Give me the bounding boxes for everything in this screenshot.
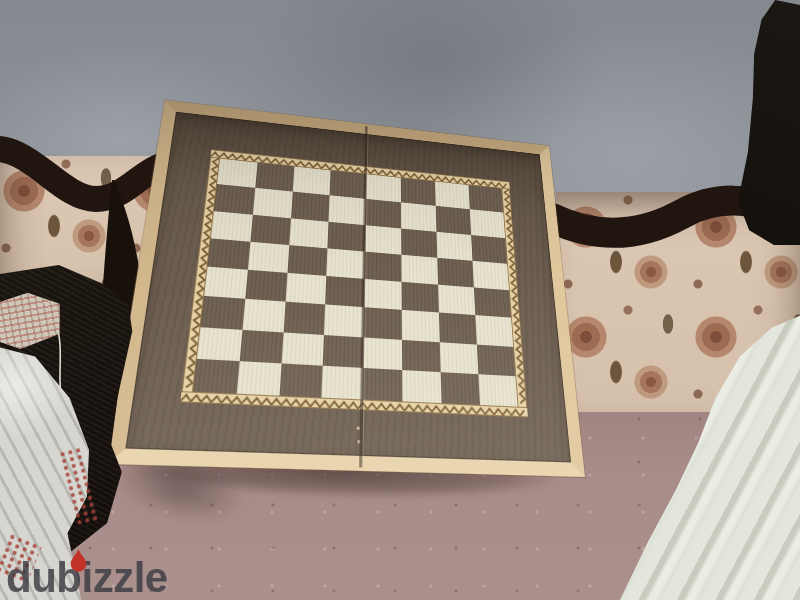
square-a1 <box>193 359 240 394</box>
square-g4 <box>438 285 475 316</box>
watermark-dubizzle: dubizzle <box>6 549 226 599</box>
square-f2 <box>402 339 441 371</box>
walnut-border <box>125 112 571 463</box>
square-d8 <box>330 170 366 199</box>
square-a6 <box>211 211 253 242</box>
square-a4 <box>204 267 248 299</box>
square-c1 <box>280 363 323 397</box>
square-g2 <box>440 342 479 374</box>
square-c6 <box>289 218 328 248</box>
square-e7 <box>365 199 401 228</box>
square-d6 <box>327 221 365 251</box>
square-f6 <box>401 228 437 257</box>
square-e5 <box>364 251 401 281</box>
square-f5 <box>401 254 438 284</box>
square-h2 <box>477 344 516 376</box>
square-d5 <box>326 248 364 279</box>
square-g7 <box>436 206 471 235</box>
dubizzle-flame-icon <box>69 547 88 574</box>
square-a7 <box>214 184 255 214</box>
square-h5 <box>472 261 509 291</box>
square-f3 <box>402 310 440 342</box>
scene: dubizzle <box>0 0 800 600</box>
square-e2 <box>363 337 402 370</box>
square-f1 <box>402 370 441 403</box>
square-b8 <box>255 163 294 192</box>
square-g8 <box>435 182 470 210</box>
square-h8 <box>469 185 504 213</box>
square-e8 <box>366 174 401 202</box>
square-b1 <box>237 361 282 396</box>
square-h1 <box>478 374 517 407</box>
square-h6 <box>471 235 507 264</box>
square-a8 <box>217 159 258 188</box>
square-b6 <box>250 214 291 245</box>
square-d3 <box>324 305 364 337</box>
dubizzle-text: dubizzle <box>6 557 226 599</box>
square-d1 <box>321 365 362 399</box>
square-c3 <box>284 302 325 335</box>
square-c2 <box>282 332 324 365</box>
square-a2 <box>197 327 243 361</box>
square-b5 <box>248 242 289 273</box>
square-b2 <box>240 329 284 363</box>
square-f8 <box>401 178 436 206</box>
square-g5 <box>437 258 474 288</box>
square-c7 <box>291 192 329 222</box>
square-h4 <box>474 287 511 317</box>
square-f4 <box>402 282 439 313</box>
square-d7 <box>328 195 365 224</box>
square-b3 <box>243 299 286 332</box>
board-grid <box>193 159 518 407</box>
square-g3 <box>439 313 477 344</box>
square-c8 <box>293 167 331 196</box>
square-b7 <box>253 188 293 218</box>
square-e3 <box>363 307 402 339</box>
square-e6 <box>365 225 402 255</box>
square-e1 <box>362 368 402 402</box>
square-h7 <box>470 209 505 237</box>
square-g1 <box>441 372 480 405</box>
square-b4 <box>245 270 287 302</box>
square-c4 <box>286 273 327 305</box>
square-d4 <box>325 276 364 308</box>
square-g6 <box>436 231 472 260</box>
square-f7 <box>401 203 436 232</box>
square-e4 <box>364 279 402 310</box>
square-c5 <box>287 245 327 276</box>
square-a3 <box>201 296 246 329</box>
square-h3 <box>475 315 513 346</box>
square-d2 <box>323 334 364 367</box>
chessboard <box>107 100 585 477</box>
square-a5 <box>207 238 250 270</box>
